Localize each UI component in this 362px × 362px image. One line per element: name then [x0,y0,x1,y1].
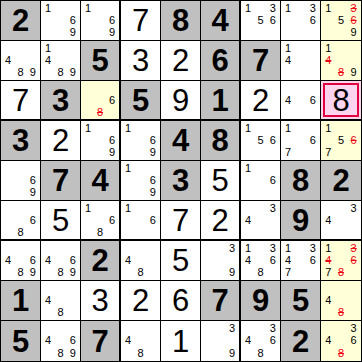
solved-digit: 7 [1,81,40,119]
cell-r7c5[interactable]: 5 [161,241,201,281]
cell-r5c8[interactable]: 8 [281,161,321,201]
pencil-marks: 169 [81,1,119,40]
cell-r1c7[interactable]: 1356 [241,1,281,41]
candidate-7: 7 [322,267,335,279]
cell-r3c9[interactable]: 8 [321,81,361,121]
pencil-marks: 169 [121,161,160,200]
candidate-4: 4 [282,94,294,106]
candidate-1: 1 [242,242,254,254]
cell-r4c5[interactable]: 4 [161,121,201,161]
pencil-marks: 16 [121,201,160,239]
candidate-6: 6 [67,14,79,26]
cell-r6c4[interactable]: 16 [121,201,161,241]
cell-r2c2[interactable]: 1489 [41,41,81,81]
given-digit: 5 [1,321,40,361]
cell-r8c5[interactable]: 6 [161,281,201,321]
candidate-8-eliminated: 8 [335,347,348,360]
cell-r9c6[interactable]: 39 [201,321,241,361]
candidate-8: 8 [134,347,146,360]
cell-r5c3[interactable]: 4 [81,161,121,201]
candidate-1: 1 [82,2,94,14]
pencil-marks: 13468 [241,241,280,280]
cell-r2c5[interactable]: 2 [161,41,201,81]
candidate-6: 6 [106,134,118,146]
candidate-6: 6 [106,14,118,26]
cell-r7c4[interactable]: 48 [121,241,161,281]
candidate-9: 9 [67,67,79,79]
solved-digit: 9 [161,81,200,119]
cell-r6c5[interactable]: 7 [161,201,201,241]
cell-r4c7[interactable]: 156 [241,121,281,161]
candidate-6: 6 [106,94,118,106]
candidate-4: 4 [2,254,14,266]
candidate-9: 9 [27,267,39,279]
pencil-marks: 167 [281,121,320,160]
cell-r5c4[interactable]: 169 [121,161,161,201]
pencil-marks: 3468 [321,321,361,361]
cell-r4c9[interactable]: 1567 [321,121,361,161]
candidate-3-eliminated: 3 [347,242,360,254]
candidate-6: 6 [267,14,279,26]
cell-r4c3[interactable]: 169 [81,121,121,161]
candidate-8: 8 [254,347,266,360]
cell-r5c5[interactable]: 3 [161,161,201,201]
cell-r1c8[interactable]: 136 [281,1,321,41]
candidate-4: 4 [42,254,54,266]
candidate-8: 8 [254,267,266,279]
cell-r2c4[interactable]: 3 [121,41,161,81]
cell-r1c5[interactable]: 8 [161,1,201,41]
cell-r2c1[interactable]: 489 [1,41,41,81]
candidate-6: 6 [307,134,319,146]
candidate-8: 8 [14,226,26,238]
pencil-marks: 34 [321,201,361,239]
candidate-1: 1 [282,2,294,14]
candidate-3: 3 [267,242,279,254]
candidate-4: 4 [322,335,335,348]
cell-r8c8[interactable]: 5 [281,281,321,321]
candidate-9: 9 [147,187,159,199]
pencil-marks: 169 [81,121,119,160]
given-digit: 6 [201,41,239,80]
cell-r2c7[interactable]: 7 [241,41,281,81]
candidate-5: 5 [254,134,266,146]
pencil-marks: 13467 [281,241,320,280]
candidate-7: 7 [282,147,294,159]
cell-r6c9[interactable]: 34 [321,201,361,241]
candidate-1: 1 [242,2,254,14]
candidate-9: 9 [226,267,238,279]
pencil-marks: 1567 [321,121,361,160]
candidate-4: 4 [42,54,54,66]
given-digit: 5 [121,81,160,119]
candidate-9: 9 [67,27,79,39]
candidate-1: 1 [242,122,254,134]
solved-digit: 7 [121,1,160,40]
candidate-6: 6 [307,14,319,26]
candidate-1: 1 [82,122,94,134]
candidate-8-eliminated: 8 [335,307,348,319]
candidate-6: 6 [347,335,360,348]
candidate-6: 6 [27,254,39,266]
cell-r2c3[interactable]: 5 [81,41,121,81]
cell-r6c3[interactable]: 168 [81,201,121,241]
cell-r4c2[interactable]: 2 [41,121,81,161]
candidate-8: 8 [14,267,26,279]
given-digit: 3 [161,161,200,200]
cell-r9c7[interactable]: 3468 [241,321,281,361]
cell-r3c7[interactable]: 2 [241,81,281,121]
cell-r3c8[interactable]: 46 [281,81,321,121]
pencil-marks: 1489 [41,41,80,80]
sudoku-board: 2169169784135613613569489148953267141489… [0,0,362,362]
cell-r6c2[interactable]: 5 [41,201,81,241]
candidate-8: 8 [54,307,66,319]
candidate-1: 1 [322,2,335,14]
given-digit: 8 [201,121,239,160]
given-digit: 2 [1,1,40,40]
given-digit: 2 [321,161,361,200]
cell-r1c9[interactable]: 13569 [321,1,361,41]
candidate-4: 4 [242,254,254,266]
given-digit: 4 [161,121,200,160]
pencil-marks: 4689 [1,241,40,280]
candidate-1: 1 [322,42,335,54]
cell-r9c1[interactable]: 5 [1,321,41,361]
candidate-8-eliminated: 8 [335,267,348,279]
cell-r1c2[interactable]: 169 [41,1,81,41]
given-digit: 8 [161,1,200,40]
cell-r9c8[interactable]: 2 [281,321,321,361]
pencil-marks: 68 [1,201,40,239]
candidate-9: 9 [226,347,238,360]
cell-r3c2[interactable]: 3 [41,81,81,121]
pencil-marks: 48 [121,241,160,280]
solved-digit: 2 [201,201,239,239]
cell-r3c5[interactable]: 9 [161,81,201,121]
candidate-9: 9 [67,267,79,279]
candidate-6: 6 [106,214,118,226]
candidate-1: 1 [122,122,134,134]
candidate-8: 8 [54,67,66,79]
cell-r9c9[interactable]: 3468 [321,321,361,361]
cell-r5c1[interactable]: 69 [1,161,41,201]
solved-digit: 5 [161,241,200,280]
candidate-4-eliminated: 4 [322,54,335,66]
given-digit: 5 [81,41,119,80]
cell-r4c4[interactable]: 169 [121,121,161,161]
candidate-9: 9 [347,27,360,39]
pencil-marks: 156 [241,121,280,160]
given-digit: 7 [201,281,239,320]
cell-r7c8[interactable]: 13467 [281,241,321,281]
candidate-4: 4 [322,214,335,226]
given-digit: 3 [1,121,40,160]
pencil-marks: 489 [1,41,40,80]
given-digit: 7 [241,41,280,80]
cell-r7c2[interactable]: 4689 [41,241,81,281]
pencil-marks: 16 [241,161,280,200]
pencil-marks: 1356 [241,1,280,40]
candidate-4: 4 [2,54,14,66]
solved-digit: 8 [321,81,361,119]
candidate-3: 3 [307,2,319,14]
candidate-4: 4 [42,294,54,306]
given-digit: 4 [201,1,239,40]
candidate-6: 6 [67,335,79,348]
cell-r6c7[interactable]: 34 [241,201,281,241]
candidate-1: 1 [82,202,94,214]
cell-r8c9[interactable]: 48 [321,281,361,321]
pencil-marks: 136 [281,1,320,40]
candidate-8: 8 [94,226,106,238]
cell-r6c1[interactable]: 68 [1,201,41,241]
candidate-4: 4 [322,294,335,306]
candidate-6: 6 [27,174,39,186]
given-digit: 1 [201,81,239,119]
cell-r5c6[interactable]: 5 [201,161,241,201]
candidate-9: 9 [67,347,79,360]
candidate-6: 6 [67,254,79,266]
cell-r5c2[interactable]: 7 [41,161,81,201]
candidate-1: 1 [122,162,134,174]
pencil-marks: 68 [81,81,119,119]
solved-digit: 6 [161,281,200,320]
cell-r2c9[interactable]: 1489 [321,41,361,81]
pencil-marks: 46 [281,81,320,119]
solved-digit: 2 [161,41,200,80]
cell-r4c6[interactable]: 8 [201,121,241,161]
cell-r9c2[interactable]: 4689 [41,321,81,361]
pencil-marks: 134678 [321,241,361,280]
candidate-1: 1 [322,122,335,134]
cell-r3c1[interactable]: 7 [1,81,41,121]
solved-digit: 2 [41,121,80,160]
candidate-6: 6 [147,214,159,226]
given-digit: 5 [281,281,320,320]
candidate-6: 6 [267,174,279,186]
given-digit: 8 [281,161,320,200]
cell-r6c6[interactable]: 2 [201,201,241,241]
candidate-3: 3 [307,242,319,254]
candidate-8: 8 [54,347,66,360]
cell-r9c4[interactable]: 48 [121,321,161,361]
cell-r7c6[interactable]: 39 [201,241,241,281]
solved-digit: 2 [241,81,280,119]
candidate-1: 1 [42,42,54,54]
solved-digit: 1 [161,321,200,361]
candidate-8: 8 [134,267,146,279]
candidate-1: 1 [242,162,254,174]
candidate-1: 1 [42,2,54,14]
candidate-3: 3 [226,242,238,254]
cell-r9c3[interactable]: 7 [81,321,121,361]
candidate-4-eliminated: 4 [322,254,335,266]
candidate-5: 5 [335,14,348,26]
candidate-9: 9 [106,27,118,39]
pencil-marks: 34 [241,201,280,239]
cell-r3c3[interactable]: 68 [81,81,121,121]
cell-r7c1[interactable]: 4689 [1,241,41,281]
cell-r5c9[interactable]: 2 [321,161,361,201]
candidate-8-eliminated: 8 [335,67,348,79]
pencil-marks: 39 [201,321,239,361]
cell-r1c1[interactable]: 2 [1,1,41,41]
pencil-marks: 48 [121,321,160,361]
cell-r8c4[interactable]: 2 [121,281,161,321]
candidate-9: 9 [347,67,360,79]
candidate-3: 3 [267,2,279,14]
cell-r4c8[interactable]: 167 [281,121,321,161]
pencil-marks: 169 [121,121,160,160]
candidate-4: 4 [242,335,254,348]
given-digit: 4 [81,161,119,200]
pencil-marks: 39 [201,241,239,280]
candidate-4: 4 [282,54,294,66]
candidate-8: 8 [54,267,66,279]
candidate-6: 6 [267,134,279,146]
candidate-6: 6 [267,335,279,348]
solved-digit: 5 [201,161,239,200]
cell-r2c6[interactable]: 6 [201,41,241,81]
candidate-8-eliminated: 8 [94,106,106,118]
given-digit: 7 [81,321,119,361]
cell-r1c3[interactable]: 169 [81,1,121,41]
candidate-5: 5 [335,134,348,146]
candidate-4: 4 [122,335,134,348]
cell-r6c8[interactable]: 9 [281,201,321,241]
cell-r3c4[interactable]: 5 [121,81,161,121]
solved-digit: 3 [81,281,119,320]
candidate-1: 1 [322,242,335,254]
cell-r8c2[interactable]: 48 [41,281,81,321]
candidate-5: 5 [254,14,266,26]
pencil-marks: 48 [41,281,80,320]
candidate-4: 4 [242,214,254,226]
solved-digit: 7 [161,201,200,239]
pencil-marks: 169 [41,1,80,40]
candidate-4: 4 [42,335,54,348]
candidate-1: 1 [122,202,134,214]
candidate-6-eliminated: 6 [347,254,360,266]
pencil-marks: 13569 [321,1,361,40]
pencil-marks: 69 [1,161,40,200]
cell-r5c7[interactable]: 16 [241,161,281,201]
cell-r1c6[interactable]: 4 [201,1,241,41]
cell-r8c3[interactable]: 3 [81,281,121,321]
candidate-9: 9 [106,147,118,159]
candidate-3: 3 [267,202,279,214]
cell-r4c1[interactable]: 3 [1,121,41,161]
candidate-1: 1 [282,242,294,254]
candidate-3-eliminated: 3 [347,2,360,14]
solved-digit: 5 [41,201,80,239]
candidate-6: 6 [147,134,159,146]
cell-r2c8[interactable]: 14 [281,41,321,81]
candidate-4: 4 [282,254,294,266]
pencil-marks: 1489 [321,41,361,80]
candidate-7: 7 [282,267,294,279]
cell-r8c6[interactable]: 7 [201,281,241,321]
cell-r9c5[interactable]: 1 [161,321,201,361]
candidate-1: 1 [282,122,294,134]
candidate-6: 6 [267,254,279,266]
given-digit: 9 [281,201,320,239]
candidate-6: 6 [147,174,159,186]
candidate-6: 6 [307,94,319,106]
candidate-3: 3 [347,322,360,335]
candidate-1: 1 [282,42,294,54]
cell-r7c3[interactable]: 2 [81,241,121,281]
pencil-marks: 3468 [241,321,280,361]
pencil-marks: 4689 [41,321,80,361]
candidate-9: 9 [147,147,159,159]
candidate-3: 3 [226,322,238,335]
solved-digit: 3 [121,41,160,80]
given-digit: 7 [41,161,80,200]
solved-digit: 2 [121,281,160,320]
candidate-3: 3 [347,202,360,214]
given-digit: 2 [281,321,320,361]
candidate-4: 4 [122,254,134,266]
candidate-7: 7 [322,147,335,159]
given-digit: 2 [81,241,119,280]
pencil-marks: 4689 [41,241,80,280]
pencil-marks: 168 [81,201,119,239]
candidate-9: 9 [27,67,39,79]
candidate-6: 6 [307,254,319,266]
cell-r7c7[interactable]: 13468 [241,241,281,281]
given-digit: 1 [1,281,40,320]
given-digit: 9 [241,281,280,320]
cell-r7c9[interactable]: 134678 [321,241,361,281]
candidate-6: 6 [27,214,39,226]
cell-r1c4[interactable]: 7 [121,1,161,41]
candidate-8: 8 [14,67,26,79]
cell-r8c7[interactable]: 9 [241,281,281,321]
given-digit: 3 [41,81,80,119]
cell-r8c1[interactable]: 1 [1,281,41,321]
candidate-6-eliminated: 6 [347,134,360,146]
candidate-6-eliminated: 6 [347,14,360,26]
pencil-marks: 14 [281,41,320,80]
cell-r3c6[interactable]: 1 [201,81,241,121]
pencil-marks: 48 [321,281,361,320]
candidate-9: 9 [27,187,39,199]
candidate-3: 3 [267,322,279,335]
